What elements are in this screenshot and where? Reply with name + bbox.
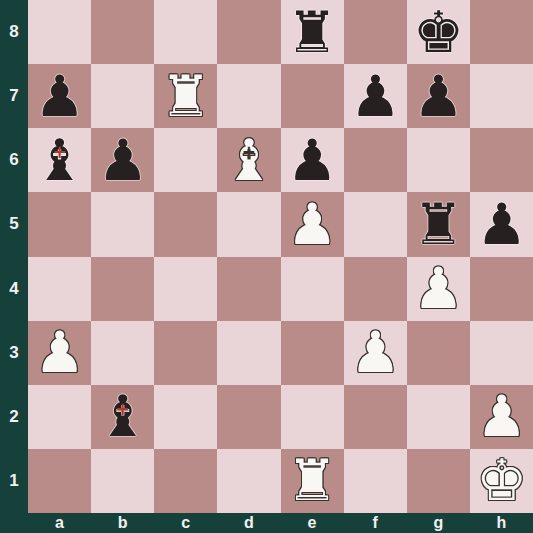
square-f5[interactable]	[344, 192, 407, 256]
square-d5[interactable]	[217, 192, 280, 256]
square-d3[interactable]	[217, 321, 280, 385]
square-c7[interactable]: ♜	[154, 64, 217, 128]
square-a4[interactable]	[28, 257, 91, 321]
black-king-g8[interactable]: ♚	[413, 4, 464, 61]
square-a3[interactable]: ♟	[28, 321, 91, 385]
square-h6[interactable]	[470, 128, 533, 192]
square-b3[interactable]	[91, 321, 154, 385]
white-king-h1[interactable]: ♚	[476, 452, 527, 509]
square-a8[interactable]	[28, 0, 91, 64]
white-bishop-d6[interactable]: ♝+	[223, 132, 274, 189]
black-pawn-h5[interactable]: ♟	[476, 196, 527, 253]
square-f3[interactable]: ♟	[344, 321, 407, 385]
square-h4[interactable]	[470, 257, 533, 321]
file-label-f: f	[344, 513, 407, 533]
square-b6[interactable]: ♟	[91, 128, 154, 192]
white-rook-e1[interactable]: ♜	[287, 452, 338, 509]
square-b1[interactable]	[91, 449, 154, 513]
square-h3[interactable]	[470, 321, 533, 385]
square-d4[interactable]	[217, 257, 280, 321]
square-f6[interactable]	[344, 128, 407, 192]
square-g4[interactable]: ♟	[407, 257, 470, 321]
square-e5[interactable]: ♟	[281, 192, 344, 256]
square-h7[interactable]	[470, 64, 533, 128]
square-f7[interactable]: ♟	[344, 64, 407, 128]
white-rook-c7[interactable]: ♜	[160, 68, 211, 125]
white-pawn-g4[interactable]: ♟	[413, 260, 464, 317]
file-label-h: h	[470, 513, 533, 533]
square-c4[interactable]	[154, 257, 217, 321]
square-e6[interactable]: ♟	[281, 128, 344, 192]
square-e1[interactable]: ♜	[281, 449, 344, 513]
file-label-a: a	[28, 513, 91, 533]
square-c3[interactable]	[154, 321, 217, 385]
square-a6[interactable]: ♝+	[28, 128, 91, 192]
rank-label-1: 1	[0, 449, 28, 513]
square-c5[interactable]	[154, 192, 217, 256]
white-pawn-f3[interactable]: ♟	[350, 324, 401, 381]
chess-board: ♜♚♟♜♟♟♝+♟♝+♟♟♜♟♟♟♟♝+♟♜♚	[28, 0, 533, 513]
black-pawn-b6[interactable]: ♟	[97, 132, 148, 189]
square-c6[interactable]	[154, 128, 217, 192]
file-label-e: e	[281, 513, 344, 533]
square-e4[interactable]	[281, 257, 344, 321]
rank-label-2: 2	[0, 385, 28, 449]
square-f2[interactable]	[344, 385, 407, 449]
file-labels: abcdefgh	[28, 513, 533, 533]
black-pawn-a7[interactable]: ♟	[34, 68, 85, 125]
square-g7[interactable]: ♟	[407, 64, 470, 128]
square-c2[interactable]	[154, 385, 217, 449]
white-pawn-e5[interactable]: ♟	[287, 196, 338, 253]
square-b8[interactable]	[91, 0, 154, 64]
square-g2[interactable]	[407, 385, 470, 449]
square-b5[interactable]	[91, 192, 154, 256]
bishop-cross-icon: +	[52, 144, 66, 161]
square-e2[interactable]	[281, 385, 344, 449]
square-b2[interactable]: ♝+	[91, 385, 154, 449]
square-e7[interactable]	[281, 64, 344, 128]
square-a7[interactable]: ♟	[28, 64, 91, 128]
white-pawn-a3[interactable]: ♟	[34, 324, 85, 381]
square-g6[interactable]	[407, 128, 470, 192]
file-label-b: b	[91, 513, 154, 533]
square-d7[interactable]	[217, 64, 280, 128]
square-a2[interactable]	[28, 385, 91, 449]
square-d6[interactable]: ♝+	[217, 128, 280, 192]
black-pawn-e6[interactable]: ♟	[287, 132, 338, 189]
black-pawn-f7[interactable]: ♟	[350, 68, 401, 125]
square-h1[interactable]: ♚	[470, 449, 533, 513]
square-f1[interactable]	[344, 449, 407, 513]
square-a1[interactable]	[28, 449, 91, 513]
bishop-cross-icon: +	[116, 400, 130, 417]
chess-board-frame: 87654321 ♜♚♟♜♟♟♝+♟♝+♟♟♜♟♟♟♟♝+♟♜♚ abcdefg…	[0, 0, 533, 533]
square-g3[interactable]	[407, 321, 470, 385]
square-h5[interactable]: ♟	[470, 192, 533, 256]
file-label-c: c	[154, 513, 217, 533]
square-b7[interactable]	[91, 64, 154, 128]
square-h2[interactable]: ♟	[470, 385, 533, 449]
square-h8[interactable]	[470, 0, 533, 64]
square-g8[interactable]: ♚	[407, 0, 470, 64]
square-f4[interactable]	[344, 257, 407, 321]
square-d2[interactable]	[217, 385, 280, 449]
square-e3[interactable]	[281, 321, 344, 385]
rank-label-6: 6	[0, 128, 28, 192]
square-g1[interactable]	[407, 449, 470, 513]
rank-label-5: 5	[0, 192, 28, 256]
black-rook-g5[interactable]: ♜	[413, 196, 464, 253]
rank-label-4: 4	[0, 257, 28, 321]
square-d1[interactable]	[217, 449, 280, 513]
bishop-cross-icon: +	[242, 144, 256, 161]
black-bishop-b2[interactable]: ♝+	[97, 388, 148, 445]
square-d8[interactable]	[217, 0, 280, 64]
square-a5[interactable]	[28, 192, 91, 256]
rank-labels: 87654321	[0, 0, 28, 513]
black-rook-e8[interactable]: ♜	[287, 4, 338, 61]
square-f8[interactable]	[344, 0, 407, 64]
square-e8[interactable]: ♜	[281, 0, 344, 64]
square-g5[interactable]: ♜	[407, 192, 470, 256]
black-pawn-g7[interactable]: ♟	[413, 68, 464, 125]
rank-label-8: 8	[0, 0, 28, 64]
file-label-g: g	[407, 513, 470, 533]
white-pawn-h2[interactable]: ♟	[476, 388, 527, 445]
rank-label-7: 7	[0, 64, 28, 128]
square-c8[interactable]	[154, 0, 217, 64]
file-label-d: d	[217, 513, 280, 533]
black-bishop-a6[interactable]: ♝+	[34, 132, 85, 189]
square-c1[interactable]	[154, 449, 217, 513]
square-b4[interactable]	[91, 257, 154, 321]
rank-label-3: 3	[0, 321, 28, 385]
